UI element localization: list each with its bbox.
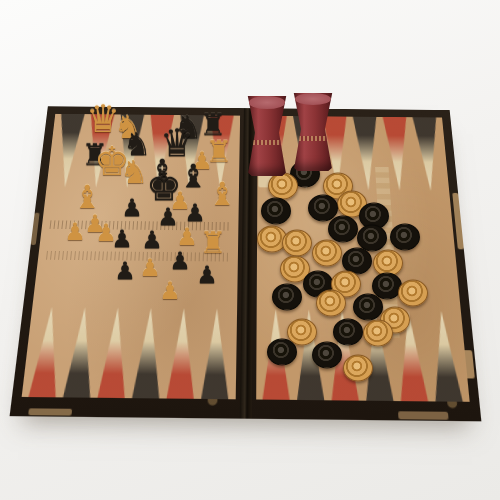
draughts-man-black[interactable]: [353, 294, 383, 321]
draughts-man-black[interactable]: [267, 339, 297, 366]
draughts-man-black[interactable]: [312, 342, 342, 369]
chess-piece-black-pawn[interactable]: ♟: [114, 259, 136, 283]
chess-piece-white-pawn[interactable]: ♟: [139, 256, 161, 280]
draughts-man-black[interactable]: [261, 198, 291, 225]
chess-piece-white-pawn[interactable]: ♟: [159, 279, 181, 303]
chess-piece-white-bishop[interactable]: ♝: [73, 181, 102, 213]
chess-piece-white-pawn[interactable]: ♟: [64, 220, 86, 244]
chess-piece-white-rook[interactable]: ♜: [200, 228, 227, 258]
draughts-man-white[interactable]: [282, 230, 312, 257]
draughts-man-black[interactable]: [272, 284, 302, 311]
chess-piece-white-knight[interactable]: ♞: [120, 156, 149, 188]
chess-piece-black-pawn[interactable]: ♟: [169, 249, 191, 273]
chess-piece-white-bishop[interactable]: ♝: [208, 178, 237, 210]
backgammon-point-black: [60, 307, 100, 398]
draughts-man-white[interactable]: [312, 240, 342, 267]
games-box: [10, 106, 482, 421]
draughts-man-black[interactable]: [328, 216, 358, 243]
chess-piece-black-pawn[interactable]: ♟: [141, 228, 163, 252]
draughts-man-white[interactable]: [398, 280, 428, 307]
draughts-man-white[interactable]: [343, 355, 373, 382]
wear-patch: [398, 411, 449, 420]
chess-piece-white-pawn[interactable]: ♟: [176, 225, 198, 249]
chess-piece-black-pawn[interactable]: ♟: [196, 263, 218, 287]
draughts-man-white[interactable]: [363, 320, 393, 347]
backgammon-point-black: [426, 311, 466, 402]
photo-backdrop: ♛♚♜♜♝♝♞♞♟♟♟♟♟♟♟♟♚♛♜♜♝♝♞♞♟♟♟♟♟♟♟♟: [0, 0, 500, 500]
backgammon-point-black: [410, 117, 445, 191]
wear-patch: [31, 213, 40, 245]
chess-piece-black-pawn[interactable]: ♟: [111, 227, 133, 251]
backgammon-point-red: [95, 307, 133, 398]
backgammon-point-red: [26, 307, 67, 398]
chess-piece-black-pawn[interactable]: ♟: [184, 201, 206, 225]
wear-patch: [28, 408, 72, 415]
backgammon-point-red: [164, 308, 200, 399]
draughts-man-white[interactable]: [268, 173, 298, 200]
backgammon-point-black: [198, 308, 232, 399]
backgammon-point-black: [129, 308, 166, 399]
draughts-man-white[interactable]: [316, 290, 346, 317]
points-row-left-bottom: [26, 307, 233, 399]
draughts-man-black[interactable]: [333, 319, 363, 346]
draughts-man-black[interactable]: [390, 224, 420, 251]
chess-piece-black-pawn[interactable]: ♟: [121, 196, 143, 220]
